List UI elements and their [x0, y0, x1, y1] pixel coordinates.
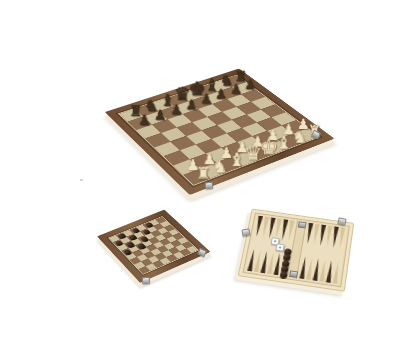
- backgammon-point-light: [337, 227, 346, 249]
- backgammon-point-row: [246, 249, 289, 277]
- backgammon-checker-dark: [281, 265, 289, 272]
- backgammon-point-light: [324, 225, 333, 247]
- die: [275, 243, 284, 251]
- backgammon-point-row: [304, 223, 346, 250]
- backgammon-point-light: [266, 252, 276, 275]
- backgammon-half: [297, 222, 348, 286]
- backgammon-point-dark: [330, 226, 339, 248]
- backgammon-point-light: [253, 250, 263, 273]
- backgammon-checker-dark: [282, 260, 290, 267]
- chess-playing-field: ♜♞♝♛♚♝♞♜♟♟♟♟♟♟♟♟♟♟♟♟♟♟♟♟♜♞♝♛♚♝♞♜: [118, 75, 320, 186]
- backgammon-point-light: [318, 259, 328, 282]
- backgammon-case-left-clasp: [241, 228, 250, 236]
- backgammon-half: [245, 215, 297, 278]
- backgammon-checker-dark: [284, 248, 292, 255]
- backgammon-point-dark: [317, 224, 326, 246]
- photo-speck: [80, 179, 83, 181]
- backgammon-point-light: [305, 257, 315, 280]
- checkers-playing-field: [108, 216, 199, 275]
- checkers-case-front-clasp: [142, 277, 150, 285]
- backgammon-point-dark: [312, 258, 322, 281]
- chess-board: ♜♞♝♛♚♝♞♜♟♟♟♟♟♟♟♟♟♟♟♟♟♟♟♟♜♞♝♛♚♝♞♜: [105, 69, 335, 196]
- backgammon-point-dark: [304, 223, 314, 245]
- backgammon-checker-dark: [283, 254, 291, 261]
- backgammon-field: [245, 215, 348, 286]
- backgammon-checker-dark: [280, 271, 288, 279]
- backgammon-point-dark: [254, 216, 264, 238]
- chess-case-front-clasp: [205, 182, 213, 190]
- backgammon-point-light: [279, 253, 289, 276]
- metal-hinge: [289, 270, 298, 278]
- backgammon-point-dark: [246, 249, 257, 272]
- backgammon-board: [238, 209, 355, 292]
- backgammon-case-right-clasp: [337, 217, 346, 226]
- backgammon-point-dark: [260, 251, 270, 274]
- backgammon-point-dark: [325, 260, 335, 283]
- product-photo: ♜♞♝♛♚♝♞♜♟♟♟♟♟♟♟♟♟♟♟♟♟♟♟♟♜♞♝♛♚♝♞♜: [0, 0, 416, 343]
- checkers-board: [97, 210, 210, 283]
- backgammon-point-row: [299, 256, 342, 284]
- backgammon-point-dark: [299, 256, 309, 279]
- backgammon-point-light: [332, 261, 341, 284]
- backgammon-point-dark: [273, 253, 283, 276]
